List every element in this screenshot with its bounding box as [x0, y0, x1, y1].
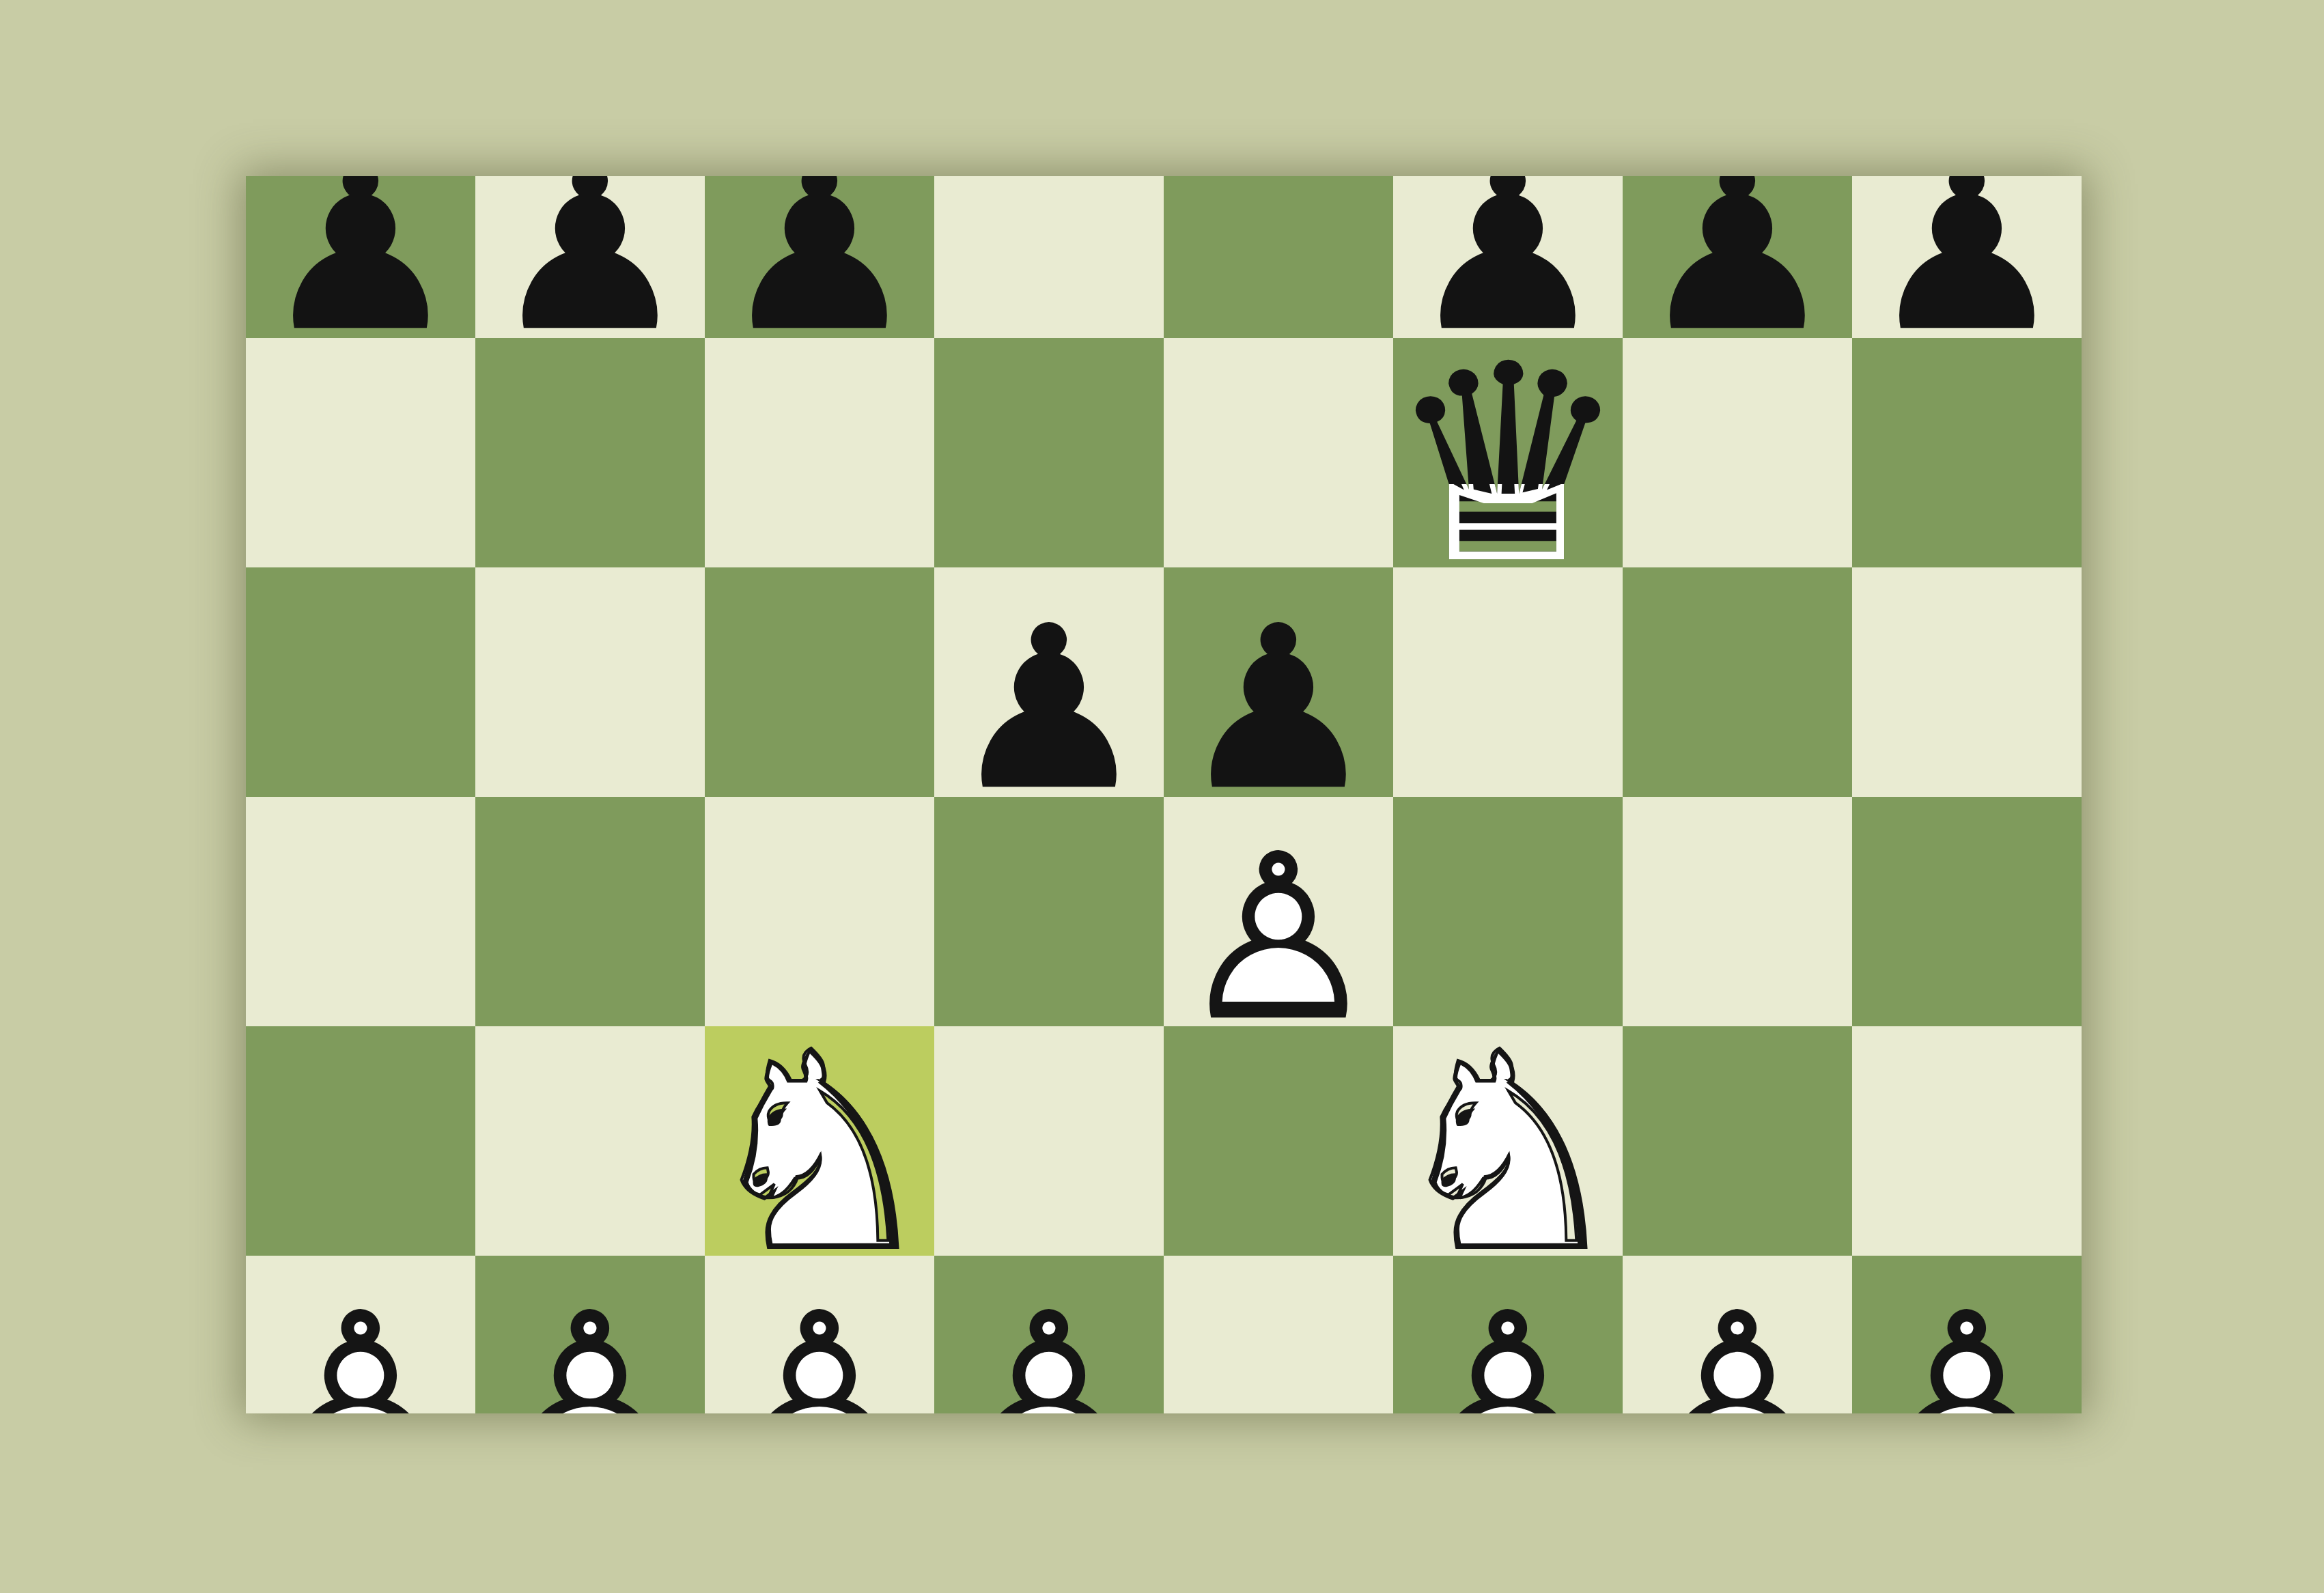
square-c5[interactable]: [705, 567, 934, 797]
piece-fill-glyph: ♟: [489, 1284, 691, 1413]
square-c4[interactable]: [705, 797, 934, 1026]
black-pawn-icon[interactable]: ♟: [948, 596, 1150, 821]
black-pawn-icon[interactable]: ♟: [718, 176, 921, 363]
square-f5[interactable]: [1393, 567, 1623, 797]
square-d6[interactable]: [934, 338, 1164, 567]
square-c6[interactable]: [705, 338, 934, 567]
white-pawn-icon[interactable]: ♟♙: [260, 1284, 462, 1413]
white-pawn-icon[interactable]: ♟♙: [718, 1284, 921, 1413]
square-e3[interactable]: [1164, 1026, 1393, 1256]
square-f3[interactable]: ♞♘: [1393, 1026, 1623, 1256]
square-c2[interactable]: ♟♙: [705, 1256, 934, 1413]
square-h4[interactable]: [1852, 797, 2082, 1026]
white-knight-icon[interactable]: ♞♘: [1386, 1017, 1631, 1290]
black-pawn-icon[interactable]: ♟: [1177, 596, 1380, 821]
square-d4[interactable]: [934, 797, 1164, 1026]
square-b6[interactable]: [475, 338, 705, 567]
square-b2[interactable]: ♟♙: [475, 1256, 705, 1413]
square-a5[interactable]: [246, 567, 475, 797]
square-b7[interactable]: ♟: [475, 176, 705, 338]
piece-fill-glyph: ♟: [948, 596, 1150, 821]
piece-fill-glyph: ♛: [1386, 328, 1631, 602]
black-pawn-icon[interactable]: ♟: [1866, 176, 2068, 363]
square-d7[interactable]: [934, 176, 1164, 338]
square-e7[interactable]: [1164, 176, 1393, 338]
square-g5[interactable]: [1623, 567, 1852, 797]
square-f4[interactable]: [1393, 797, 1623, 1026]
square-d3[interactable]: [934, 1026, 1164, 1256]
white-pawn-icon[interactable]: ♟♙: [1407, 1284, 1609, 1413]
white-pawn-icon[interactable]: ♟♙: [489, 1284, 691, 1413]
piece-fill-glyph: ♟: [1407, 1284, 1609, 1413]
piece-fill-glyph: ♟: [948, 1284, 1150, 1413]
square-g2[interactable]: ♟♙: [1623, 1256, 1852, 1413]
board-grid: ♟♟♟♟♟♟♛♕♟♟♟♙♞♘♞♘♟♙♟♙♟♙♟♙♟♙♟♙♟♙: [246, 176, 2082, 1413]
black-queen-icon[interactable]: ♛♕: [1386, 328, 1631, 602]
square-g4[interactable]: [1623, 797, 1852, 1026]
square-c7[interactable]: ♟: [705, 176, 934, 338]
white-pawn-icon[interactable]: ♟♙: [948, 1284, 1150, 1413]
square-h5[interactable]: [1852, 567, 2082, 797]
square-h2[interactable]: ♟♙: [1852, 1256, 2082, 1413]
square-g7[interactable]: ♟: [1623, 176, 1852, 338]
piece-fill-glyph: ♟: [718, 176, 921, 363]
piece-fill-glyph: ♟: [260, 1284, 462, 1413]
square-a3[interactable]: [246, 1026, 475, 1256]
chess-board: ♟♟♟♟♟♟♛♕♟♟♟♙♞♘♞♘♟♙♟♙♟♙♟♙♟♙♟♙♟♙: [246, 176, 2082, 1413]
square-a4[interactable]: [246, 797, 475, 1026]
square-e4[interactable]: ♟♙: [1164, 797, 1393, 1026]
square-d2[interactable]: ♟♙: [934, 1256, 1164, 1413]
page-background: ♟♟♟♟♟♟♛♕♟♟♟♙♞♘♞♘♟♙♟♙♟♙♟♙♟♙♟♙♟♙: [0, 0, 2324, 1593]
piece-fill-glyph: ♟: [1177, 596, 1380, 821]
square-h3[interactable]: [1852, 1026, 2082, 1256]
square-d5[interactable]: ♟: [934, 567, 1164, 797]
square-a6[interactable]: [246, 338, 475, 567]
square-e2[interactable]: [1164, 1256, 1393, 1413]
square-g3[interactable]: [1623, 1026, 1852, 1256]
square-f2[interactable]: ♟♙: [1393, 1256, 1623, 1413]
square-a7[interactable]: ♟: [246, 176, 475, 338]
piece-fill-glyph: ♟: [1177, 826, 1380, 1051]
square-e5[interactable]: ♟: [1164, 567, 1393, 797]
square-e6[interactable]: [1164, 338, 1393, 567]
square-a2[interactable]: ♟♙: [246, 1256, 475, 1413]
white-knight-icon[interactable]: ♞♘: [697, 1017, 942, 1290]
square-c3[interactable]: ♞♘: [705, 1026, 934, 1256]
white-pawn-icon[interactable]: ♟♙: [1866, 1284, 2068, 1413]
black-pawn-icon[interactable]: ♟: [489, 176, 691, 363]
square-h7[interactable]: ♟: [1852, 176, 2082, 338]
piece-fill-glyph: ♞: [1386, 1017, 1631, 1290]
square-g6[interactable]: [1623, 338, 1852, 567]
white-pawn-icon[interactable]: ♟♙: [1636, 1284, 1838, 1413]
piece-fill-glyph: ♟: [1866, 1284, 2068, 1413]
piece-fill-glyph: ♟: [1636, 1284, 1838, 1413]
piece-fill-glyph: ♞: [697, 1017, 942, 1290]
piece-fill-glyph: ♟: [1636, 176, 1838, 363]
square-b3[interactable]: [475, 1026, 705, 1256]
black-pawn-icon[interactable]: ♟: [1636, 176, 1838, 363]
piece-fill-glyph: ♟: [260, 176, 462, 363]
piece-fill-glyph: ♟: [718, 1284, 921, 1413]
white-pawn-icon[interactable]: ♟♙: [1177, 826, 1380, 1051]
black-pawn-icon[interactable]: ♟: [260, 176, 462, 363]
square-h6[interactable]: [1852, 338, 2082, 567]
piece-fill-glyph: ♟: [1866, 176, 2068, 363]
piece-fill-glyph: ♟: [489, 176, 691, 363]
square-b4[interactable]: [475, 797, 705, 1026]
square-f6[interactable]: ♛♕: [1393, 338, 1623, 567]
square-b5[interactable]: [475, 567, 705, 797]
